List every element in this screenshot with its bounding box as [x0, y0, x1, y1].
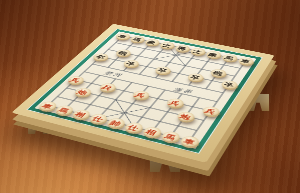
piece-layer: 車馬象士將士象馬車砲砲卒卒卒卒卒兵兵兵兵兵炮炮車馬相仕帥仕相馬車 — [34, 31, 256, 148]
piece-black-advisor[interactable]: 士 — [189, 47, 207, 56]
piece-black-horse[interactable]: 馬 — [220, 53, 238, 62]
piece-glyph: 馬 — [131, 37, 142, 42]
piece-black-general[interactable]: 將 — [173, 44, 191, 53]
piece-glyph: 砲 — [117, 50, 129, 55]
piece-glyph: 卒 — [223, 81, 235, 87]
piece-red-cannon[interactable]: 炮 — [72, 87, 93, 98]
piece-red-advisor[interactable]: 仕 — [122, 121, 145, 133]
piece-glyph: 兵 — [204, 108, 217, 115]
piece-black-soldier[interactable]: 卒 — [121, 59, 140, 68]
piece-glyph: 仕 — [126, 124, 140, 132]
piece-red-horse[interactable]: 馬 — [159, 130, 182, 143]
board-paper: 楚河 漢界 車馬象士將士象馬車砲砲卒卒卒卒卒兵兵兵兵兵炮炮車馬相仕帥仕相馬車 — [34, 31, 256, 148]
piece-glyph: 仕 — [91, 115, 105, 122]
piece-glyph: 炮 — [179, 113, 192, 120]
piece-black-soldier[interactable]: 卒 — [91, 52, 110, 61]
piece-glyph: 馬 — [57, 106, 71, 113]
piece-red-soldier[interactable]: 兵 — [65, 75, 86, 85]
piece-black-chariot[interactable]: 車 — [236, 56, 254, 65]
piece-red-general[interactable]: 帥 — [105, 117, 128, 129]
piece-red-elephant[interactable]: 相 — [141, 125, 164, 138]
piece-glyph: 兵 — [134, 92, 147, 99]
piece-black-soldier[interactable]: 卒 — [219, 79, 239, 89]
piece-red-cannon[interactable]: 炮 — [175, 110, 197, 122]
piece-glyph: 象 — [208, 52, 219, 57]
board-foot-right — [247, 94, 269, 111]
green-border-band: 楚河 漢界 車馬象士將士象馬車砲砲卒卒卒卒卒兵兵兵兵兵炮炮車馬相仕帥仕相馬車 — [26, 29, 262, 154]
piece-glyph: 相 — [74, 111, 88, 118]
piece-black-soldier[interactable]: 卒 — [153, 65, 173, 75]
piece-red-soldier[interactable]: 兵 — [164, 97, 185, 108]
piece-glyph: 兵 — [168, 99, 181, 106]
piece-glyph: 卒 — [125, 61, 137, 67]
piece-glyph: 卒 — [94, 54, 106, 60]
piece-glyph: 象 — [146, 40, 157, 45]
piece-red-soldier[interactable]: 兵 — [97, 82, 118, 92]
piece-black-soldier[interactable]: 卒 — [186, 72, 206, 82]
xiangqi-board: 楚河 漢界 車馬象士將士象馬車砲砲卒卒卒卒卒兵兵兵兵兵炮炮車馬相仕帥仕相馬車 — [12, 24, 275, 163]
piece-red-chariot[interactable]: 車 — [178, 134, 201, 147]
piece-glyph: 砲 — [212, 70, 224, 76]
piece-red-soldier[interactable]: 兵 — [130, 89, 151, 100]
piece-black-elephant[interactable]: 象 — [204, 50, 222, 59]
piece-glyph: 兵 — [101, 84, 114, 90]
piece-glyph: 卒 — [189, 74, 201, 80]
piece-glyph: 車 — [182, 137, 196, 145]
wooden-frame: 楚河 漢界 車馬象士將士象馬車砲砲卒卒卒卒卒兵兵兵兵兵炮炮車馬相仕帥仕相馬車 — [12, 24, 275, 163]
piece-glyph: 車 — [117, 34, 128, 39]
piece-black-elephant[interactable]: 象 — [143, 38, 161, 46]
piece-glyph: 車 — [240, 58, 251, 64]
piece-glyph: 士 — [161, 43, 172, 48]
piece-glyph: 相 — [145, 128, 159, 136]
piece-glyph: 士 — [192, 49, 203, 54]
piece-glyph: 炮 — [76, 89, 89, 96]
piece-glyph: 車 — [40, 102, 54, 109]
piece-glyph: 卒 — [156, 67, 168, 73]
piece-glyph: 馬 — [224, 55, 235, 61]
piece-glyph: 將 — [176, 46, 187, 51]
piece-red-soldier[interactable]: 兵 — [200, 105, 221, 117]
piece-black-cannon[interactable]: 砲 — [114, 48, 133, 57]
table-background: 楚河 漢界 車馬象士將士象馬車砲砲卒卒卒卒卒兵兵兵兵兵炮炮車馬相仕帥仕相馬車 — [0, 0, 300, 193]
piece-glyph: 馬 — [163, 133, 177, 141]
piece-black-cannon[interactable]: 砲 — [208, 68, 227, 78]
piece-glyph: 帥 — [109, 119, 123, 127]
piece-glyph: 兵 — [69, 77, 82, 83]
piece-black-advisor[interactable]: 士 — [158, 41, 176, 49]
